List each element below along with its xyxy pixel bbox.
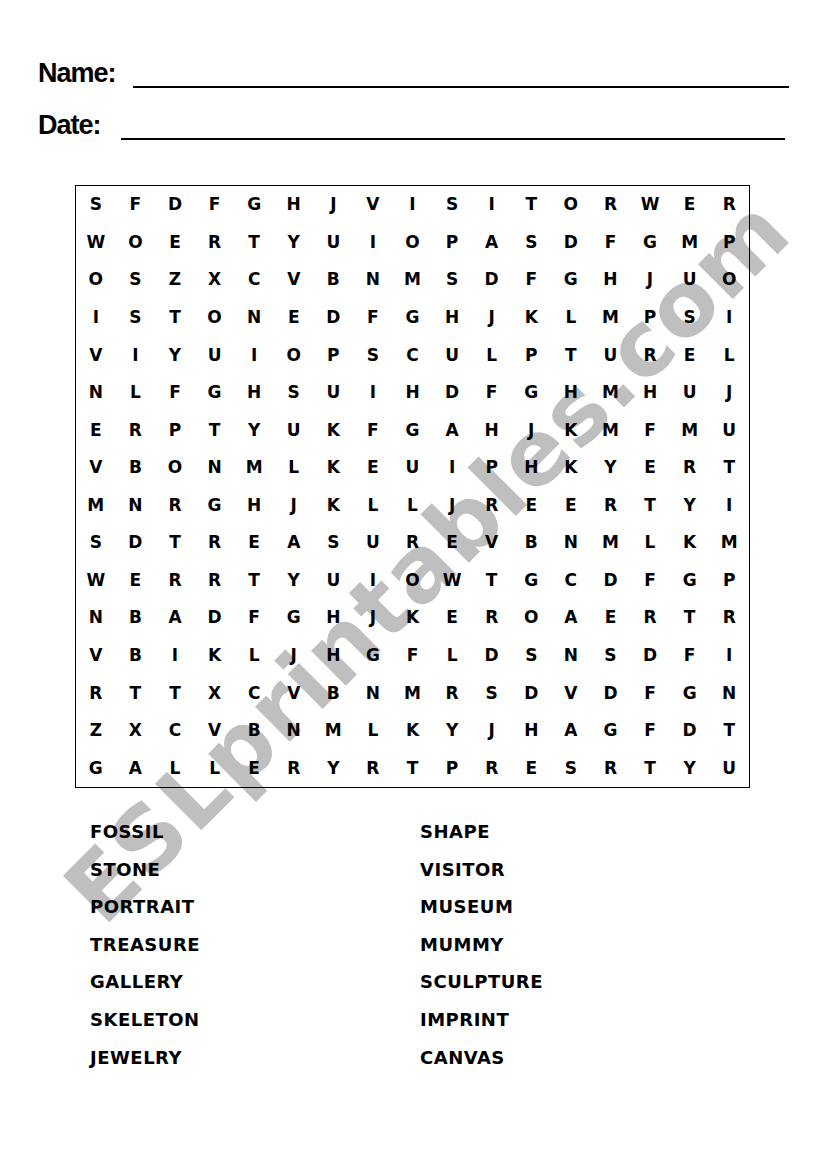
grid-cell-r2c13[interactable]: D xyxy=(551,224,591,262)
grid-cell-r8c10[interactable]: I xyxy=(432,449,472,487)
grid-cell-r1c4[interactable]: F xyxy=(195,186,235,224)
grid-cell-r15c11[interactable]: J xyxy=(472,712,512,750)
grid-cell-r7c17[interactable]: U xyxy=(709,411,749,449)
grid-cell-r11c9[interactable]: O xyxy=(393,562,433,600)
grid-cell-r12c16[interactable]: T xyxy=(670,599,710,637)
grid-cell-r2c17[interactable]: P xyxy=(709,224,749,262)
grid-cell-r8c11[interactable]: P xyxy=(472,449,512,487)
grid-cell-r2c5[interactable]: T xyxy=(234,224,274,262)
grid-cell-r13c16[interactable]: F xyxy=(670,637,710,675)
grid-cell-r5c5[interactable]: I xyxy=(234,336,274,374)
grid-cell-r5c3[interactable]: Y xyxy=(155,336,195,374)
grid-cell-r8c7[interactable]: K xyxy=(314,449,354,487)
grid-cell-r1c17[interactable]: R xyxy=(709,186,749,224)
grid-cell-r9c17[interactable]: I xyxy=(709,487,749,525)
word-item-stone: STONE xyxy=(90,851,200,889)
grid-cell-r1c14[interactable]: R xyxy=(591,186,631,224)
grid-cell-r1c6[interactable]: H xyxy=(274,186,314,224)
grid-cell-r11c15[interactable]: F xyxy=(630,562,670,600)
grid-cell-r13c10[interactable]: L xyxy=(432,637,472,675)
grid-cell-r12c1[interactable]: N xyxy=(76,599,116,637)
grid-cell-r16c2[interactable]: A xyxy=(116,749,156,787)
grid-cell-r12c10[interactable]: E xyxy=(432,599,472,637)
grid-cell-r5c12[interactable]: P xyxy=(511,336,551,374)
grid-cell-r5c6[interactable]: O xyxy=(274,336,314,374)
grid-cell-r7c13[interactable]: K xyxy=(551,411,591,449)
grid-cell-r9c2[interactable]: N xyxy=(116,487,156,525)
grid-cell-r5c8[interactable]: S xyxy=(353,336,393,374)
grid-cell-r13c17[interactable]: I xyxy=(709,637,749,675)
grid-cell-r2c10[interactable]: P xyxy=(432,224,472,262)
grid-cell-r5c15[interactable]: R xyxy=(630,336,670,374)
grid-cell-r16c10[interactable]: P xyxy=(432,749,472,787)
grid-cell-r15c2[interactable]: X xyxy=(116,712,156,750)
grid-cell-r16c15[interactable]: T xyxy=(630,749,670,787)
grid-cell-r5c7[interactable]: P xyxy=(314,336,354,374)
grid-cell-r16c13[interactable]: S xyxy=(551,749,591,787)
grid-cell-r13c12[interactable]: S xyxy=(511,637,551,675)
grid-cell-r2c2[interactable]: O xyxy=(116,224,156,262)
grid-cell-r14c1[interactable]: R xyxy=(76,674,116,712)
grid-cell-r3c8[interactable]: N xyxy=(353,261,393,299)
grid-cell-r3c2[interactable]: S xyxy=(116,261,156,299)
word-item-jewelry: JEWELRY xyxy=(90,1039,200,1077)
word-item-museum: MUSEUM xyxy=(420,888,543,926)
grid-cell-r13c1[interactable]: V xyxy=(76,637,116,675)
grid-cell-r14c8[interactable]: N xyxy=(353,674,393,712)
word-item-canvas: CANVAS xyxy=(420,1039,543,1077)
grid-cell-r9c8[interactable]: L xyxy=(353,487,393,525)
grid-cell-r3c5[interactable]: C xyxy=(234,261,274,299)
grid-cell-r15c7[interactable]: M xyxy=(314,712,354,750)
grid-cell-r5c13[interactable]: T xyxy=(551,336,591,374)
grid-cell-r10c9[interactable]: R xyxy=(393,524,433,562)
grid-cell-r6c10[interactable]: D xyxy=(432,374,472,412)
grid-cell-r12c15[interactable]: R xyxy=(630,599,670,637)
grid-cell-r10c15[interactable]: L xyxy=(630,524,670,562)
grid-cell-r1c10[interactable]: S xyxy=(432,186,472,224)
grid-cell-r3c14[interactable]: H xyxy=(591,261,631,299)
grid-cell-r11c2[interactable]: E xyxy=(116,562,156,600)
grid-cell-r1c9[interactable]: I xyxy=(393,186,433,224)
grid-cell-r12c13[interactable]: A xyxy=(551,599,591,637)
grid-cell-r11c8[interactable]: I xyxy=(353,562,393,600)
grid-cell-r3c3[interactable]: Z xyxy=(155,261,195,299)
grid-cell-r1c16[interactable]: E xyxy=(670,186,710,224)
grid-cell-r2c12[interactable]: S xyxy=(511,224,551,262)
grid-cell-r8c4[interactable]: N xyxy=(195,449,235,487)
grid-cell-r15c12[interactable]: H xyxy=(511,712,551,750)
grid-cell-r8c13[interactable]: K xyxy=(551,449,591,487)
grid-cell-r13c15[interactable]: D xyxy=(630,637,670,675)
grid-cell-r5c17[interactable]: L xyxy=(709,336,749,374)
grid-cell-r10c6[interactable]: A xyxy=(274,524,314,562)
grid-cell-r9c14[interactable]: R xyxy=(591,487,631,525)
grid-cell-r6c8[interactable]: I xyxy=(353,374,393,412)
grid-cell-r12c12[interactable]: O xyxy=(511,599,551,637)
grid-cell-r11c3[interactable]: R xyxy=(155,562,195,600)
grid-cell-r4c14[interactable]: M xyxy=(591,299,631,337)
grid-cell-r16c16[interactable]: Y xyxy=(670,749,710,787)
grid-cell-r12c4[interactable]: D xyxy=(195,599,235,637)
grid-cell-r11c7[interactable]: U xyxy=(314,562,354,600)
grid-cell-r2c9[interactable]: O xyxy=(393,224,433,262)
grid-cell-r14c12[interactable]: D xyxy=(511,674,551,712)
grid-cell-r1c11[interactable]: I xyxy=(472,186,512,224)
word-item-fossil: FOSSIL xyxy=(90,813,200,851)
grid-cell-r4c10[interactable]: H xyxy=(432,299,472,337)
word-item-visitor: VISITOR xyxy=(420,851,543,889)
grid-cell-r15c10[interactable]: Y xyxy=(432,712,472,750)
grid-cell-r3c1[interactable]: O xyxy=(76,261,116,299)
grid-cell-r4c17[interactable]: I xyxy=(709,299,749,337)
grid-cell-r1c12[interactable]: T xyxy=(511,186,551,224)
grid-cell-r2c6[interactable]: Y xyxy=(274,224,314,262)
grid-cell-r12c2[interactable]: B xyxy=(116,599,156,637)
grid-cell-r2c7[interactable]: U xyxy=(314,224,354,262)
word-item-skeleton: SKELETON xyxy=(90,1001,200,1039)
grid-cell-r11c6[interactable]: Y xyxy=(274,562,314,600)
grid-cell-r7c11[interactable]: H xyxy=(472,411,512,449)
grid-cell-r7c14[interactable]: M xyxy=(591,411,631,449)
grid-cell-r10c5[interactable]: E xyxy=(234,524,274,562)
grid-cell-r9c6[interactable]: J xyxy=(274,487,314,525)
grid-cell-r8c5[interactable]: M xyxy=(234,449,274,487)
grid-cell-r13c5[interactable]: L xyxy=(234,637,274,675)
grid-cell-r14c11[interactable]: S xyxy=(472,674,512,712)
grid-cell-r2c4[interactable]: R xyxy=(195,224,235,262)
grid-cell-r9c13[interactable]: E xyxy=(551,487,591,525)
grid-cell-r15c13[interactable]: A xyxy=(551,712,591,750)
grid-cell-r1c1[interactable]: S xyxy=(76,186,116,224)
grid-cell-r6c12[interactable]: G xyxy=(511,374,551,412)
grid-cell-r9c12[interactable]: E xyxy=(511,487,551,525)
grid-cell-r5c16[interactable]: E xyxy=(670,336,710,374)
grid-cell-r4c6[interactable]: E xyxy=(274,299,314,337)
grid-cell-r1c7[interactable]: J xyxy=(314,186,354,224)
grid-cell-r8c15[interactable]: E xyxy=(630,449,670,487)
grid-cell-r10c1[interactable]: S xyxy=(76,524,116,562)
grid-cell-r12c8[interactable]: J xyxy=(353,599,393,637)
grid-cell-r9c15[interactable]: T xyxy=(630,487,670,525)
grid-cell-r9c10[interactable]: J xyxy=(432,487,472,525)
grid-cell-r14c4[interactable]: X xyxy=(195,674,235,712)
grid-cell-r10c11[interactable]: V xyxy=(472,524,512,562)
grid-cell-r6c13[interactable]: H xyxy=(551,374,591,412)
grid-cell-r6c14[interactable]: M xyxy=(591,374,631,412)
grid-cell-r15c6[interactable]: N xyxy=(274,712,314,750)
grid-cell-r8c9[interactable]: U xyxy=(393,449,433,487)
grid-cell-r3c9[interactable]: M xyxy=(393,261,433,299)
word-list-right: SHAPEVISITORMUSEUMMUMMYSCULPTUREIMPRINTC… xyxy=(420,813,543,1076)
grid-cell-r1c8[interactable]: V xyxy=(353,186,393,224)
grid-cell-r3c17[interactable]: O xyxy=(709,261,749,299)
grid-cell-r14c13[interactable]: V xyxy=(551,674,591,712)
grid-cell-r16c6[interactable]: R xyxy=(274,749,314,787)
grid-cell-r3c4[interactable]: X xyxy=(195,261,235,299)
grid-cell-r15c17[interactable]: T xyxy=(709,712,749,750)
grid-cell-r1c15[interactable]: W xyxy=(630,186,670,224)
grid-cell-r2c8[interactable]: I xyxy=(353,224,393,262)
grid-cell-r5c1[interactable]: V xyxy=(76,336,116,374)
grid-cell-r9c9[interactable]: L xyxy=(393,487,433,525)
grid-cell-r9c11[interactable]: R xyxy=(472,487,512,525)
grid-cell-r1c2[interactable]: F xyxy=(116,186,156,224)
grid-cell-r7c7[interactable]: K xyxy=(314,411,354,449)
grid-cell-r6c1[interactable]: N xyxy=(76,374,116,412)
grid-cell-r6c15[interactable]: H xyxy=(630,374,670,412)
grid-cell-r2c15[interactable]: G xyxy=(630,224,670,262)
grid-cell-r7c9[interactable]: G xyxy=(393,411,433,449)
grid-cell-r13c2[interactable]: B xyxy=(116,637,156,675)
grid-cell-r15c15[interactable]: F xyxy=(630,712,670,750)
grid-cell-r2c14[interactable]: F xyxy=(591,224,631,262)
grid-cell-r6c11[interactable]: F xyxy=(472,374,512,412)
grid-cell-r4c12[interactable]: K xyxy=(511,299,551,337)
grid-cell-r4c9[interactable]: G xyxy=(393,299,433,337)
grid-cell-r7c10[interactable]: A xyxy=(432,411,472,449)
grid-cell-r12c5[interactable]: F xyxy=(234,599,274,637)
grid-cell-r6c5[interactable]: H xyxy=(234,374,274,412)
grid-cell-r7c6[interactable]: U xyxy=(274,411,314,449)
grid-cell-r16c3[interactable]: L xyxy=(155,749,195,787)
grid-cell-r5c2[interactable]: I xyxy=(116,336,156,374)
grid-cell-r16c14[interactable]: R xyxy=(591,749,631,787)
grid-cell-r7c4[interactable]: T xyxy=(195,411,235,449)
grid-cell-r12c3[interactable]: A xyxy=(155,599,195,637)
grid-cell-r11c14[interactable]: D xyxy=(591,562,631,600)
grid-cell-r13c14[interactable]: S xyxy=(591,637,631,675)
grid-cell-r16c9[interactable]: T xyxy=(393,749,433,787)
grid-cell-r9c7[interactable]: K xyxy=(314,487,354,525)
grid-cell-r14c17[interactable]: N xyxy=(709,674,749,712)
name-field-line[interactable] xyxy=(133,86,789,88)
grid-cell-r14c5[interactable]: C xyxy=(234,674,274,712)
grid-cell-r8c8[interactable]: E xyxy=(353,449,393,487)
grid-cell-r10c14[interactable]: M xyxy=(591,524,631,562)
grid-cell-r6c17[interactable]: J xyxy=(709,374,749,412)
word-item-portrait: PORTRAIT xyxy=(90,888,200,926)
grid-cell-r10c12[interactable]: B xyxy=(511,524,551,562)
grid-cell-r9c3[interactable]: R xyxy=(155,487,195,525)
grid-cell-r8c17[interactable]: T xyxy=(709,449,749,487)
grid-cell-r1c13[interactable]: O xyxy=(551,186,591,224)
grid-cell-r6c7[interactable]: U xyxy=(314,374,354,412)
grid-cell-r13c13[interactable]: N xyxy=(551,637,591,675)
grid-cell-r9c16[interactable]: Y xyxy=(670,487,710,525)
date-field-line[interactable] xyxy=(121,138,785,140)
grid-cell-r4c5[interactable]: N xyxy=(234,299,274,337)
grid-cell-r14c16[interactable]: G xyxy=(670,674,710,712)
grid-cell-r8c12[interactable]: H xyxy=(511,449,551,487)
grid-cell-r6c3[interactable]: F xyxy=(155,374,195,412)
grid-cell-r4c13[interactable]: L xyxy=(551,299,591,337)
grid-cell-r16c5[interactable]: E xyxy=(234,749,274,787)
grid-cell-r4c15[interactable]: P xyxy=(630,299,670,337)
grid-cell-r7c12[interactable]: J xyxy=(511,411,551,449)
grid-cell-r6c16[interactable]: U xyxy=(670,374,710,412)
grid-cell-r14c15[interactable]: F xyxy=(630,674,670,712)
grid-cell-r3c11[interactable]: D xyxy=(472,261,512,299)
grid-cell-r5c10[interactable]: U xyxy=(432,336,472,374)
grid-cell-r13c6[interactable]: J xyxy=(274,637,314,675)
grid-cell-r3c6[interactable]: V xyxy=(274,261,314,299)
grid-cell-r8c14[interactable]: Y xyxy=(591,449,631,487)
word-item-shape: SHAPE xyxy=(420,813,543,851)
grid-cell-r7c3[interactable]: P xyxy=(155,411,195,449)
grid-cell-r16c7[interactable]: Y xyxy=(314,749,354,787)
word-item-treasure: TREASURE xyxy=(90,926,200,964)
grid-cell-r7c15[interactable]: F xyxy=(630,411,670,449)
grid-cell-r6c4[interactable]: G xyxy=(195,374,235,412)
grid-cell-r5c14[interactable]: U xyxy=(591,336,631,374)
grid-cell-r7c1[interactable]: E xyxy=(76,411,116,449)
grid-cell-r7c8[interactable]: F xyxy=(353,411,393,449)
grid-cell-r12c11[interactable]: R xyxy=(472,599,512,637)
grid-cell-r5c9[interactable]: C xyxy=(393,336,433,374)
grid-cell-r6c6[interactable]: S xyxy=(274,374,314,412)
grid-cell-r11c4[interactable]: R xyxy=(195,562,235,600)
grid-cell-r7c5[interactable]: Y xyxy=(234,411,274,449)
grid-cell-r11c16[interactable]: G xyxy=(670,562,710,600)
grid-cell-r14c6[interactable]: V xyxy=(274,674,314,712)
grid-cell-r7c2[interactable]: R xyxy=(116,411,156,449)
grid-cell-r13c9[interactable]: F xyxy=(393,637,433,675)
grid-cell-r12c7[interactable]: H xyxy=(314,599,354,637)
grid-cell-r10c3[interactable]: T xyxy=(155,524,195,562)
grid-cell-r16c11[interactable]: R xyxy=(472,749,512,787)
grid-cell-r3c10[interactable]: S xyxy=(432,261,472,299)
grid-cell-r11c5[interactable]: T xyxy=(234,562,274,600)
grid-cell-r10c4[interactable]: R xyxy=(195,524,235,562)
grid-cell-r15c9[interactable]: K xyxy=(393,712,433,750)
grid-cell-r10c2[interactable]: D xyxy=(116,524,156,562)
grid-cell-r3c13[interactable]: G xyxy=(551,261,591,299)
grid-cell-r12c6[interactable]: G xyxy=(274,599,314,637)
grid-cell-r15c1[interactable]: Z xyxy=(76,712,116,750)
grid-cell-r8c6[interactable]: L xyxy=(274,449,314,487)
grid-cell-r11c1[interactable]: W xyxy=(76,562,116,600)
grid-cell-r10c13[interactable]: N xyxy=(551,524,591,562)
grid-cell-r3c12[interactable]: F xyxy=(511,261,551,299)
grid-cell-r10c7[interactable]: S xyxy=(314,524,354,562)
grid-cell-r14c10[interactable]: R xyxy=(432,674,472,712)
grid-cell-r10c10[interactable]: E xyxy=(432,524,472,562)
grid-cell-r4c7[interactable]: D xyxy=(314,299,354,337)
grid-cell-r15c4[interactable]: V xyxy=(195,712,235,750)
grid-cell-r16c4[interactable]: L xyxy=(195,749,235,787)
grid-cell-r15c3[interactable]: C xyxy=(155,712,195,750)
grid-cell-r9c4[interactable]: G xyxy=(195,487,235,525)
grid-cell-r1c3[interactable]: D xyxy=(155,186,195,224)
grid-cell-r2c3[interactable]: E xyxy=(155,224,195,262)
grid-cell-r14c14[interactable]: D xyxy=(591,674,631,712)
grid-cell-r5c4[interactable]: U xyxy=(195,336,235,374)
grid-cell-r9c1[interactable]: M xyxy=(76,487,116,525)
grid-cell-r11c10[interactable]: W xyxy=(432,562,472,600)
grid-cell-r4c1[interactable]: I xyxy=(76,299,116,337)
grid-cell-r8c3[interactable]: O xyxy=(155,449,195,487)
grid-cell-r6c9[interactable]: H xyxy=(393,374,433,412)
grid-cell-r15c16[interactable]: D xyxy=(670,712,710,750)
grid-cell-r11c17[interactable]: P xyxy=(709,562,749,600)
grid-cell-r10c16[interactable]: K xyxy=(670,524,710,562)
grid-cell-r16c17[interactable]: U xyxy=(709,749,749,787)
grid-cell-r16c12[interactable]: E xyxy=(511,749,551,787)
grid-cell-r13c8[interactable]: G xyxy=(353,637,393,675)
grid-cell-r15c14[interactable]: G xyxy=(591,712,631,750)
grid-cell-r15c8[interactable]: L xyxy=(353,712,393,750)
grid-cell-r14c9[interactable]: M xyxy=(393,674,433,712)
grid-cell-r3c7[interactable]: B xyxy=(314,261,354,299)
grid-cell-r3c16[interactable]: U xyxy=(670,261,710,299)
grid-cell-r13c3[interactable]: I xyxy=(155,637,195,675)
grid-cell-r13c4[interactable]: K xyxy=(195,637,235,675)
grid-cell-r16c1[interactable]: G xyxy=(76,749,116,787)
grid-cell-r14c7[interactable]: B xyxy=(314,674,354,712)
grid-cell-r6c2[interactable]: L xyxy=(116,374,156,412)
grid-cell-r8c1[interactable]: V xyxy=(76,449,116,487)
date-label: Date: xyxy=(38,110,101,141)
grid-cell-r4c4[interactable]: O xyxy=(195,299,235,337)
grid-cell-r11c13[interactable]: C xyxy=(551,562,591,600)
grid-cell-r4c11[interactable]: J xyxy=(472,299,512,337)
grid-cell-r15c5[interactable]: B xyxy=(234,712,274,750)
grid-cell-r5c11[interactable]: L xyxy=(472,336,512,374)
grid-cell-r8c2[interactable]: B xyxy=(116,449,156,487)
grid-cell-r4c16[interactable]: S xyxy=(670,299,710,337)
grid-cell-r10c8[interactable]: U xyxy=(353,524,393,562)
word-item-sculpture: SCULPTURE xyxy=(420,963,543,1001)
grid-cell-r11c11[interactable]: T xyxy=(472,562,512,600)
word-item-imprint: IMPRINT xyxy=(420,1001,543,1039)
grid-cell-r4c3[interactable]: T xyxy=(155,299,195,337)
grid-cell-r2c1[interactable]: W xyxy=(76,224,116,262)
grid-cell-r12c17[interactable]: R xyxy=(709,599,749,637)
grid-cell-r7c16[interactable]: M xyxy=(670,411,710,449)
grid-cell-r16c8[interactable]: R xyxy=(353,749,393,787)
grid-cell-r2c11[interactable]: A xyxy=(472,224,512,262)
worksheet-page: ESLprintables.com Name: Date: SFDFGHJVIS… xyxy=(0,0,821,1169)
grid-cell-r10c17[interactable]: M xyxy=(709,524,749,562)
grid-cell-r11c12[interactable]: G xyxy=(511,562,551,600)
grid-cell-r13c7[interactable]: H xyxy=(314,637,354,675)
grid-cell-r9c5[interactable]: H xyxy=(234,487,274,525)
grid-cell-r2c16[interactable]: M xyxy=(670,224,710,262)
word-search-grid: SFDFGHJVISITORWERWOERTYUIOPASDFGMPOSZXCV… xyxy=(75,185,750,788)
grid-cell-r1c5[interactable]: G xyxy=(234,186,274,224)
word-item-gallery: GALLERY xyxy=(90,963,200,1001)
name-label: Name: xyxy=(38,58,116,89)
grid-cell-r14c3[interactable]: T xyxy=(155,674,195,712)
grid-cell-r14c2[interactable]: T xyxy=(116,674,156,712)
word-item-mummy: MUMMY xyxy=(420,926,543,964)
grid-cell-r12c9[interactable]: K xyxy=(393,599,433,637)
grid-cell-r4c2[interactable]: S xyxy=(116,299,156,337)
grid-cell-r12c14[interactable]: E xyxy=(591,599,631,637)
grid-cell-r3c15[interactable]: J xyxy=(630,261,670,299)
grid-cell-r13c11[interactable]: D xyxy=(472,637,512,675)
word-list-left: FOSSILSTONEPORTRAITTREASUREGALLERYSKELET… xyxy=(90,813,200,1076)
grid-cell-r4c8[interactable]: F xyxy=(353,299,393,337)
grid-cell-r8c16[interactable]: R xyxy=(670,449,710,487)
